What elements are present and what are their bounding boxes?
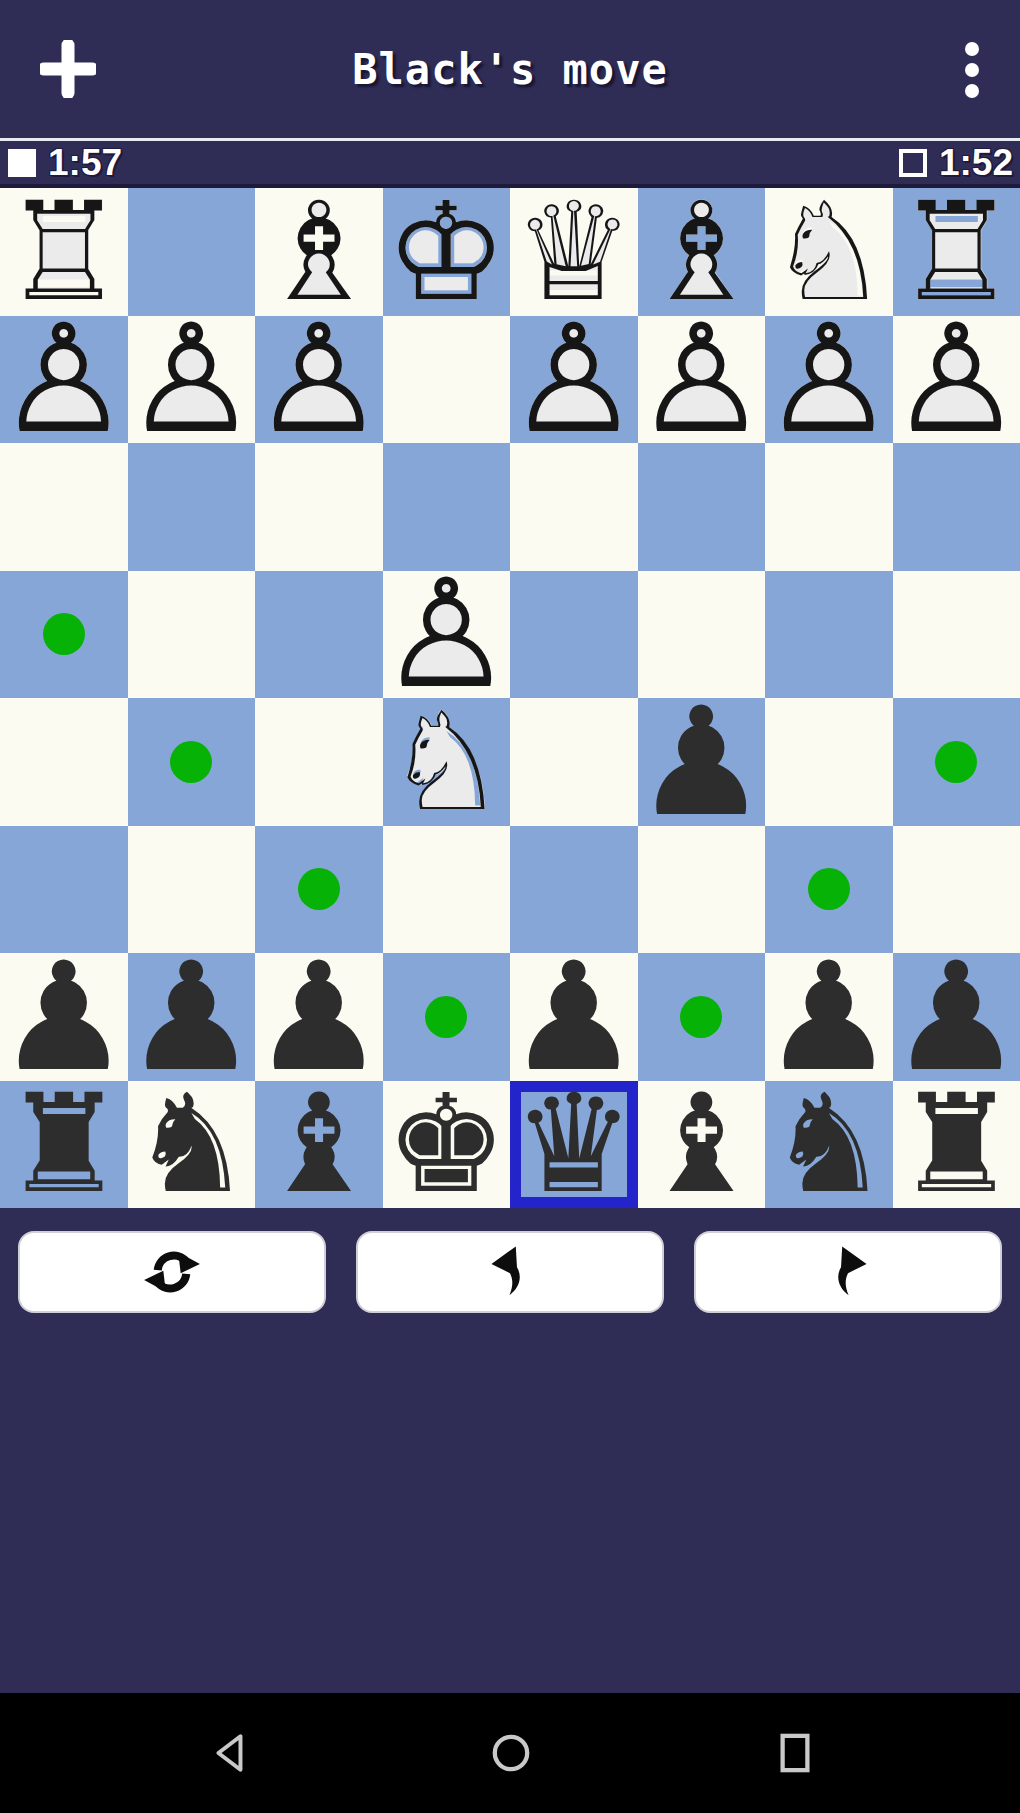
square-h8[interactable]: ♜ bbox=[0, 1081, 128, 1209]
black-king-piece: ♚ bbox=[383, 1081, 511, 1209]
legal-move-dot bbox=[425, 996, 467, 1038]
square-c3[interactable] bbox=[638, 443, 766, 571]
sync-button[interactable] bbox=[18, 1231, 326, 1313]
black-pawn-piece: ♟ bbox=[0, 953, 128, 1081]
square-b2[interactable]: ♟♙ bbox=[765, 316, 893, 444]
square-g7[interactable]: ♟ bbox=[128, 953, 256, 1081]
undo-button[interactable] bbox=[356, 1231, 664, 1313]
white-pawn-piece: ♙ bbox=[128, 316, 256, 444]
legal-move-dot bbox=[43, 613, 85, 655]
square-f5[interactable] bbox=[255, 698, 383, 826]
white-pawn-piece: ♙ bbox=[255, 316, 383, 444]
white-king-piece: ♔ bbox=[383, 188, 511, 316]
black-knight-piece: ♞ bbox=[765, 1081, 893, 1209]
black-rook-piece: ♜ bbox=[893, 1081, 1020, 1209]
square-b3[interactable] bbox=[765, 443, 893, 571]
square-a8[interactable]: ♜ bbox=[893, 1081, 1020, 1209]
square-f4[interactable] bbox=[255, 571, 383, 699]
legal-move-dot bbox=[935, 741, 977, 783]
back-triangle-icon[interactable] bbox=[214, 1732, 244, 1774]
square-c7[interactable] bbox=[638, 953, 766, 1081]
square-a3[interactable] bbox=[893, 443, 1020, 571]
redo-icon bbox=[819, 1243, 877, 1301]
menu-dot bbox=[965, 42, 979, 56]
square-h4[interactable] bbox=[0, 571, 128, 699]
square-f7[interactable]: ♟ bbox=[255, 953, 383, 1081]
sync-icon bbox=[141, 1241, 203, 1303]
chess-board: ♜♖♝♗♚♔♛♕♝♗♞♘♜♖♟♙♟♙♟♙♟♙♟♙♟♙♟♙♟♙♞♘♟♟♟♟♟♟♟♜… bbox=[0, 188, 1020, 1208]
black-bishop-piece: ♝ bbox=[255, 1081, 383, 1209]
white-pawn-piece: ♙ bbox=[383, 571, 511, 699]
square-e6[interactable] bbox=[383, 826, 511, 954]
square-d2[interactable]: ♟♙ bbox=[510, 316, 638, 444]
square-d5[interactable] bbox=[510, 698, 638, 826]
square-f2[interactable]: ♟♙ bbox=[255, 316, 383, 444]
square-c5[interactable]: ♟ bbox=[638, 698, 766, 826]
black-bishop-piece: ♝ bbox=[638, 1081, 766, 1209]
square-c2[interactable]: ♟♙ bbox=[638, 316, 766, 444]
square-b7[interactable]: ♟ bbox=[765, 953, 893, 1081]
legal-move-dot bbox=[680, 996, 722, 1038]
black-pawn-piece: ♟ bbox=[638, 698, 766, 826]
white-pawn-piece: ♙ bbox=[638, 316, 766, 444]
home-circle-icon[interactable] bbox=[491, 1733, 531, 1773]
square-g3[interactable] bbox=[128, 443, 256, 571]
undo-icon bbox=[481, 1243, 539, 1301]
overflow-menu-icon[interactable] bbox=[952, 42, 992, 98]
square-e8[interactable]: ♚ bbox=[383, 1081, 511, 1209]
square-c8[interactable]: ♝ bbox=[638, 1081, 766, 1209]
black-pawn-piece: ♟ bbox=[255, 953, 383, 1081]
white-pawn-piece: ♙ bbox=[893, 316, 1020, 444]
square-h7[interactable]: ♟ bbox=[0, 953, 128, 1081]
square-d8[interactable]: ♛ bbox=[510, 1081, 638, 1209]
square-d7[interactable]: ♟ bbox=[510, 953, 638, 1081]
menu-dot bbox=[965, 63, 979, 77]
square-g8[interactable]: ♞ bbox=[128, 1081, 256, 1209]
square-c6[interactable] bbox=[638, 826, 766, 954]
square-f3[interactable] bbox=[255, 443, 383, 571]
square-b5[interactable] bbox=[765, 698, 893, 826]
square-a5[interactable] bbox=[893, 698, 1020, 826]
square-d3[interactable] bbox=[510, 443, 638, 571]
legal-move-dot bbox=[298, 868, 340, 910]
action-bar bbox=[0, 1231, 1020, 1313]
square-a4[interactable] bbox=[893, 571, 1020, 699]
square-e1[interactable]: ♚♔ bbox=[383, 188, 511, 316]
legal-move-dot bbox=[170, 741, 212, 783]
square-h5[interactable] bbox=[0, 698, 128, 826]
app-bar: Black's move bbox=[0, 0, 1020, 138]
square-g2[interactable]: ♟♙ bbox=[128, 316, 256, 444]
recents-square-icon[interactable] bbox=[779, 1733, 811, 1773]
black-knight-piece: ♞ bbox=[128, 1081, 256, 1209]
square-g4[interactable] bbox=[128, 571, 256, 699]
square-e2[interactable] bbox=[383, 316, 511, 444]
white-pawn-piece: ♙ bbox=[765, 316, 893, 444]
square-d4[interactable] bbox=[510, 571, 638, 699]
black-pawn-piece: ♟ bbox=[510, 953, 638, 1081]
black-pawn-piece: ♟ bbox=[765, 953, 893, 1081]
black-queen-piece: ♛ bbox=[510, 1081, 638, 1209]
square-a2[interactable]: ♟♙ bbox=[893, 316, 1020, 444]
white-knight-piece: ♘ bbox=[383, 698, 511, 826]
black-pawn-piece: ♟ bbox=[893, 953, 1020, 1081]
square-a7[interactable]: ♟ bbox=[893, 953, 1020, 1081]
square-b8[interactable]: ♞ bbox=[765, 1081, 893, 1209]
redo-button[interactable] bbox=[694, 1231, 1002, 1313]
black-pawn-piece: ♟ bbox=[128, 953, 256, 1081]
square-b4[interactable] bbox=[765, 571, 893, 699]
plus-icon[interactable] bbox=[40, 40, 96, 98]
menu-dot bbox=[965, 84, 979, 98]
square-e5[interactable]: ♞♘ bbox=[383, 698, 511, 826]
square-f8[interactable]: ♝ bbox=[255, 1081, 383, 1209]
white-pawn-piece: ♙ bbox=[510, 316, 638, 444]
black-rook-piece: ♜ bbox=[0, 1081, 128, 1209]
page-title: Black's move bbox=[0, 0, 1020, 138]
white-pawn-piece: ♙ bbox=[0, 316, 128, 444]
square-g5[interactable] bbox=[128, 698, 256, 826]
legal-move-dot bbox=[808, 868, 850, 910]
square-e7[interactable] bbox=[383, 953, 511, 1081]
square-h2[interactable]: ♟♙ bbox=[0, 316, 128, 444]
square-e4[interactable]: ♟♙ bbox=[383, 571, 511, 699]
square-h3[interactable] bbox=[0, 443, 128, 571]
